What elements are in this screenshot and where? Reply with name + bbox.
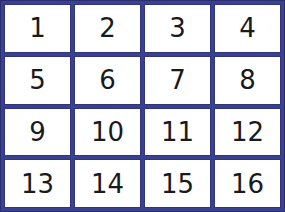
cell-r2c3[interactable]: 7: [145, 57, 210, 104]
cell-r1c2[interactable]: 2: [75, 5, 140, 52]
cell-r3c1[interactable]: 9: [5, 109, 70, 156]
cell-r2c1[interactable]: 5: [5, 57, 70, 104]
cell-r3c2[interactable]: 10: [75, 109, 140, 156]
cell-r1c3[interactable]: 3: [145, 5, 210, 52]
cell-r2c4[interactable]: 8: [215, 57, 280, 104]
cell-r1c4[interactable]: 4: [215, 5, 280, 52]
cell-r3c4[interactable]: 12: [215, 109, 280, 156]
cell-r1c1[interactable]: 1: [5, 5, 70, 52]
cell-r3c3[interactable]: 11: [145, 109, 210, 156]
number-grid-board: 1 2 3 4 5 6 7 8 9 10 11 12 13 14 15 16: [0, 0, 285, 212]
cell-r4c1[interactable]: 13: [5, 160, 70, 207]
cell-r4c4[interactable]: 16: [215, 160, 280, 207]
cell-r4c2[interactable]: 14: [75, 160, 140, 207]
cell-r4c3[interactable]: 15: [145, 160, 210, 207]
cell-r2c2[interactable]: 6: [75, 57, 140, 104]
